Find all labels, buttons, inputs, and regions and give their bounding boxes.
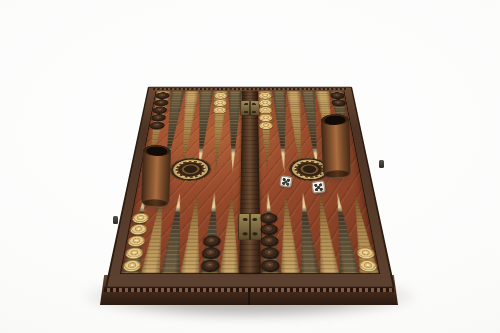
checker-stack-light-3: ●●● [212,92,227,114]
checker-light[interactable]: ● [122,259,143,271]
side-latch-right [379,160,384,168]
checker-dark[interactable]: ● [202,235,220,246]
checker-light[interactable]: ● [213,92,227,99]
checker-dark[interactable]: ● [261,259,280,271]
checker-light[interactable]: ● [127,235,147,246]
checker-light[interactable]: ● [129,224,148,235]
checker-dark[interactable]: ● [201,247,220,259]
checker-stack-dark-5: ●●●●● [260,212,280,271]
checker-dark[interactable]: ● [261,247,279,259]
die-2[interactable] [311,180,325,193]
checker-light[interactable]: ● [259,122,274,130]
checker-light[interactable]: ● [213,99,227,106]
checker-stack-dark-3: ●●● [200,235,220,272]
checker-light[interactable]: ● [356,247,376,259]
checker-dark[interactable]: ● [152,106,167,113]
carved-teeth-pattern-far [153,88,347,90]
checker-dark[interactable]: ● [260,224,278,235]
checker-dark[interactable]: ● [200,259,219,271]
checker-light[interactable]: ● [131,213,150,223]
checker-light[interactable]: ● [358,259,379,271]
checker-dark[interactable]: ● [330,92,345,99]
checker-light[interactable]: ● [258,92,272,99]
center-bar[interactable] [239,91,261,273]
brass-hinge-far [240,101,259,116]
checker-light[interactable]: ● [124,247,144,259]
die-1[interactable] [279,175,293,188]
backgammon-photo-scene: ●●●●●●●●●●●●●●● ●●●●●●●●●●●●●●● [0,0,500,333]
side-latch-left [113,216,118,224]
checker-stack-light-2: ●● [356,247,379,272]
checker-light[interactable]: ● [258,106,272,113]
rosette-medallion-left [169,158,211,180]
checker-dark[interactable]: ● [261,235,279,246]
checker-light[interactable]: ● [258,99,272,106]
checker-dark[interactable]: ● [149,122,165,130]
brass-hinge-near [238,214,262,241]
checker-dark[interactable]: ● [151,114,167,121]
checker-dark[interactable]: ● [154,99,169,106]
checker-dark[interactable]: ● [155,92,170,99]
dice-cup-right[interactable] [321,118,351,179]
checker-dark[interactable]: ● [331,99,346,106]
checker-light[interactable]: ● [212,106,226,113]
checker-stack-dark-2: ●● [330,92,346,106]
dice-cup-left[interactable] [141,149,171,208]
checker-stack-light-5: ●●●●● [258,92,273,129]
checker-dark[interactable]: ● [260,213,277,223]
checker-light[interactable]: ● [259,114,273,121]
